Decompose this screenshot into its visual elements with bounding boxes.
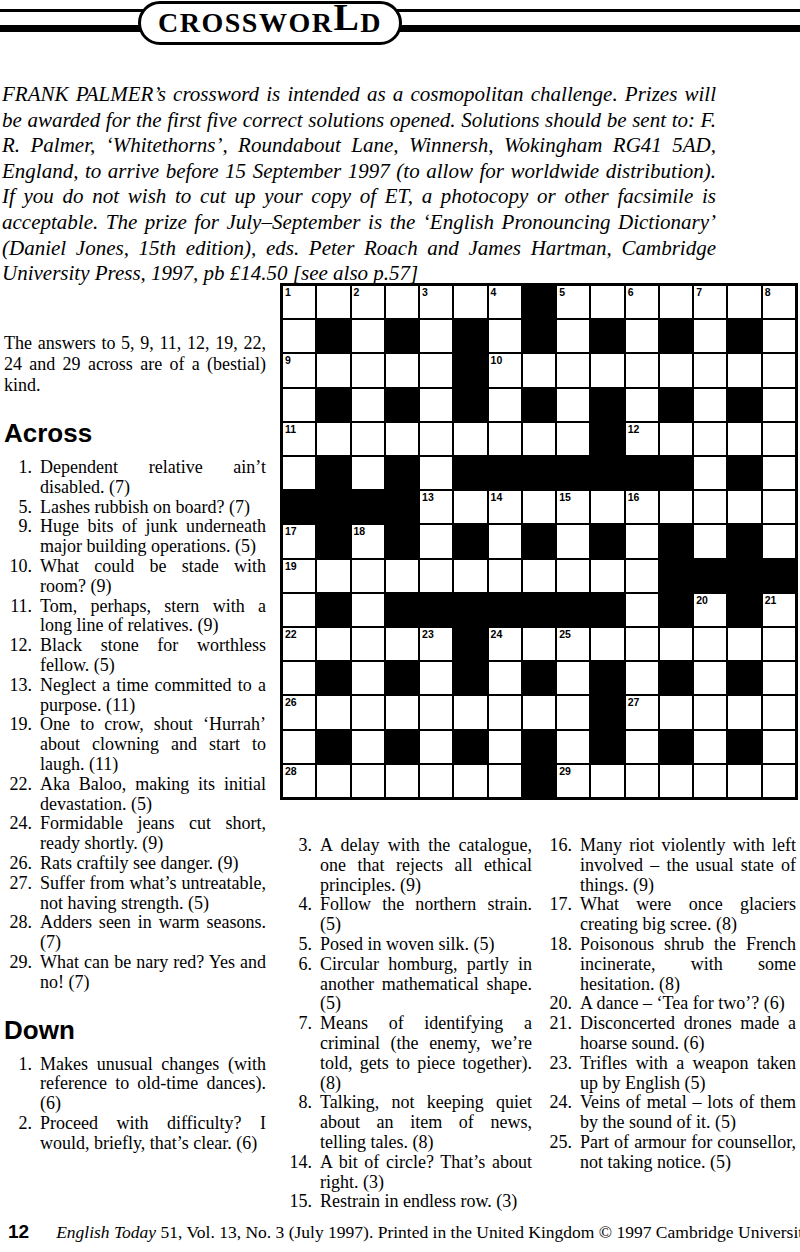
grid-cell[interactable] bbox=[489, 389, 521, 421]
block-cell bbox=[591, 525, 623, 557]
clue-number-label: 22. bbox=[4, 775, 32, 795]
clue-number-label: 24. bbox=[544, 1093, 572, 1113]
grid-cell[interactable] bbox=[694, 765, 726, 797]
grid-cell[interactable] bbox=[694, 731, 726, 763]
clue-number-label: 6. bbox=[284, 955, 312, 975]
grid-cell[interactable] bbox=[591, 765, 623, 797]
clue-number: 16 bbox=[628, 491, 640, 503]
down-clue-list-col3: 16.Many riot violently with left involve… bbox=[544, 836, 796, 1173]
block-cell bbox=[454, 731, 486, 763]
grid-cell[interactable] bbox=[352, 423, 384, 455]
clue-text: What were once glaciers creating big scr… bbox=[580, 895, 796, 935]
grid-cell[interactable] bbox=[489, 560, 521, 592]
grid-cell[interactable] bbox=[694, 491, 726, 523]
clue-number: 21 bbox=[765, 594, 777, 606]
clue-number: 10 bbox=[491, 354, 503, 366]
clue: 20.A dance – ‘Tea for two’? (6) bbox=[544, 994, 796, 1014]
block-cell bbox=[660, 320, 692, 352]
clue-text: Veins of metal – lots of them by the sou… bbox=[580, 1093, 796, 1133]
grid-cell[interactable]: 15 bbox=[557, 491, 589, 523]
grid-cell[interactable] bbox=[283, 457, 315, 489]
clue-number: 2 bbox=[354, 286, 360, 298]
block-cell bbox=[660, 560, 692, 592]
grid-cell[interactable] bbox=[557, 662, 589, 694]
crossword-grid: 1234567891011121314151617181920212223242… bbox=[280, 283, 798, 800]
grid-cell[interactable] bbox=[626, 731, 658, 763]
grid-cell[interactable] bbox=[660, 628, 692, 660]
clue-number-label: 24. bbox=[4, 814, 32, 834]
clue-number: 7 bbox=[696, 286, 702, 298]
block-cell bbox=[523, 662, 555, 694]
block-cell bbox=[352, 491, 384, 523]
grid-cell[interactable]: 11 bbox=[283, 423, 315, 455]
clue-text: Restrain in endless row. (3) bbox=[320, 1192, 532, 1212]
grid-cell[interactable] bbox=[489, 696, 521, 728]
grid-cell[interactable] bbox=[489, 423, 521, 455]
grid-cell[interactable] bbox=[694, 696, 726, 728]
grid-cell[interactable] bbox=[557, 525, 589, 557]
block-cell bbox=[283, 491, 315, 523]
clue-number: 17 bbox=[285, 525, 297, 537]
grid-cell[interactable]: 25 bbox=[557, 628, 589, 660]
clue-text: Poisonous shrub the French incinerate, w… bbox=[580, 935, 796, 994]
block-cell bbox=[317, 731, 349, 763]
grid-cell[interactable] bbox=[763, 457, 795, 489]
grid-cell[interactable] bbox=[454, 491, 486, 523]
block-cell bbox=[660, 731, 692, 763]
clue-text: Circular homburg, partly in another math… bbox=[320, 955, 532, 1014]
grid-cell[interactable] bbox=[420, 560, 452, 592]
clue: 24.Veins of metal – lots of them by the … bbox=[544, 1093, 796, 1133]
clue-number-label: 16. bbox=[544, 836, 572, 856]
clue: 27.Suffer from what’s untreatable, not h… bbox=[4, 874, 266, 914]
clue-number: 11 bbox=[285, 423, 296, 435]
grid-cell[interactable] bbox=[454, 286, 486, 318]
clue: 3.A delay with the catalogue, one that r… bbox=[284, 836, 532, 895]
grid-cell[interactable]: 24 bbox=[489, 628, 521, 660]
grid-cell[interactable] bbox=[763, 389, 795, 421]
page: CROSSWOR L D FRANK PALMER’s crossword is… bbox=[0, 0, 800, 1252]
grid-cell[interactable] bbox=[660, 423, 692, 455]
block-cell bbox=[660, 389, 692, 421]
block-cell bbox=[523, 320, 555, 352]
grid-cell[interactable] bbox=[283, 320, 315, 352]
clue: 24.Formidable jeans cut short, ready sho… bbox=[4, 814, 266, 854]
clue: 23.Trifles with a weapon taken up by Eng… bbox=[544, 1054, 796, 1094]
clue-number: 8 bbox=[765, 286, 771, 298]
grid-cell[interactable] bbox=[386, 696, 418, 728]
block-cell bbox=[317, 389, 349, 421]
grid-cell[interactable]: 26 bbox=[283, 696, 315, 728]
logo-text-raised-l: L bbox=[333, 0, 360, 36]
imprint-rest: 51, Vol. 13, No. 3 (July 1997). Printed … bbox=[156, 1222, 800, 1242]
grid-cell[interactable]: 1 bbox=[283, 286, 315, 318]
clue: 22.Aka Baloo, making its initial devasta… bbox=[4, 775, 266, 815]
grid-cell[interactable] bbox=[489, 525, 521, 557]
grid-cell[interactable] bbox=[420, 696, 452, 728]
grid-cell[interactable] bbox=[660, 354, 692, 386]
grid-cell[interactable] bbox=[694, 525, 726, 557]
clue-text: A bit of circle? That’s about right. (3) bbox=[320, 1153, 532, 1193]
grid-cell[interactable] bbox=[557, 696, 589, 728]
clue-number: 28 bbox=[285, 765, 297, 777]
block-cell bbox=[660, 525, 692, 557]
block-cell bbox=[523, 286, 555, 318]
block-cell bbox=[728, 731, 760, 763]
grid-cell[interactable] bbox=[763, 731, 795, 763]
block-cell bbox=[591, 696, 623, 728]
grid-cell[interactable] bbox=[317, 423, 349, 455]
grid-cell[interactable] bbox=[523, 354, 555, 386]
block-cell bbox=[660, 594, 692, 626]
grid-cell[interactable] bbox=[626, 628, 658, 660]
clue-text: Huge bits of junk underneath major build… bbox=[40, 517, 266, 557]
grid-cell[interactable] bbox=[352, 594, 384, 626]
grid-cell[interactable] bbox=[523, 628, 555, 660]
grid-cell[interactable] bbox=[420, 765, 452, 797]
block-cell bbox=[591, 389, 623, 421]
grid-cell[interactable] bbox=[626, 320, 658, 352]
block-cell bbox=[386, 594, 418, 626]
grid-cell[interactable] bbox=[352, 731, 384, 763]
grid-cell[interactable] bbox=[352, 662, 384, 694]
grid-cell[interactable] bbox=[694, 354, 726, 386]
crossworld-logo: CROSSWOR L D bbox=[138, 1, 402, 45]
clue-number: 25 bbox=[559, 628, 571, 640]
grid-cell[interactable] bbox=[454, 560, 486, 592]
grid-cell[interactable] bbox=[763, 423, 795, 455]
grid-cell[interactable] bbox=[352, 628, 384, 660]
clue-text: Trifles with a weapon taken up by Englis… bbox=[580, 1054, 796, 1094]
grid-cell[interactable]: 21 bbox=[763, 594, 795, 626]
grid-cell[interactable] bbox=[694, 628, 726, 660]
clue: 5.Posed in woven silk. (5) bbox=[284, 935, 532, 955]
grid-cell[interactable]: 20 bbox=[694, 594, 726, 626]
clue-number-label: 5. bbox=[4, 498, 32, 518]
grid-cell[interactable] bbox=[489, 731, 521, 763]
grid-cell[interactable] bbox=[728, 354, 760, 386]
grid-cell[interactable] bbox=[694, 423, 726, 455]
grid-cell[interactable]: 18 bbox=[352, 525, 384, 557]
grid-cell[interactable] bbox=[728, 628, 760, 660]
grid-cell[interactable]: 10 bbox=[489, 354, 521, 386]
imprint-line: English Today 51, Vol. 13, No. 3 (July 1… bbox=[56, 1222, 800, 1242]
grid-cell[interactable] bbox=[283, 594, 315, 626]
grid-cell[interactable] bbox=[489, 320, 521, 352]
logo-text-pre: CROSSWOR bbox=[158, 9, 333, 37]
grid-cell[interactable]: 19 bbox=[283, 560, 315, 592]
clue-number-label: 23. bbox=[544, 1054, 572, 1074]
grid-cell[interactable] bbox=[420, 320, 452, 352]
block-cell bbox=[660, 662, 692, 694]
block-cell bbox=[454, 525, 486, 557]
grid-cell[interactable]: 2 bbox=[352, 286, 384, 318]
clue-text: Lashes rubbish on board? (7) bbox=[40, 498, 266, 518]
grid-cell[interactable] bbox=[763, 628, 795, 660]
clue-number: 20 bbox=[696, 594, 708, 606]
grid-cell[interactable] bbox=[352, 765, 384, 797]
grid-cell[interactable] bbox=[317, 765, 349, 797]
grid-cell[interactable] bbox=[626, 525, 658, 557]
grid-note: The answers to 5, 9, 11, 12, 19, 22, 24 … bbox=[4, 333, 266, 396]
grid-cell[interactable] bbox=[386, 765, 418, 797]
grid-cell[interactable] bbox=[694, 389, 726, 421]
block-cell bbox=[317, 457, 349, 489]
clue-number-label: 12. bbox=[4, 636, 32, 656]
block-cell bbox=[591, 423, 623, 455]
clue: 16.Many riot violently with left involve… bbox=[544, 836, 796, 895]
grid-cell[interactable] bbox=[763, 320, 795, 352]
grid-cell[interactable] bbox=[317, 354, 349, 386]
grid-cell[interactable] bbox=[454, 765, 486, 797]
clue-number-label: 19. bbox=[4, 715, 32, 735]
block-cell bbox=[386, 389, 418, 421]
grid-cell[interactable] bbox=[317, 628, 349, 660]
grid-cell[interactable] bbox=[352, 354, 384, 386]
block-cell bbox=[454, 662, 486, 694]
block-cell bbox=[523, 389, 555, 421]
clue-text: One to crow, shout ‘Hurrah’ about clowni… bbox=[40, 715, 266, 774]
grid-cell[interactable] bbox=[317, 286, 349, 318]
clue-text: A delay with the catalogue, one that rej… bbox=[320, 836, 532, 895]
grid-cell[interactable] bbox=[386, 286, 418, 318]
clue-number: 27 bbox=[628, 696, 640, 708]
grid-cell[interactable]: 5 bbox=[557, 286, 589, 318]
clue-number: 1 bbox=[285, 286, 291, 298]
grid-cell[interactable] bbox=[386, 354, 418, 386]
block-cell bbox=[557, 594, 589, 626]
grid-cell[interactable]: 27 bbox=[626, 696, 658, 728]
block-cell bbox=[591, 662, 623, 694]
clue-number-label: 7. bbox=[284, 1014, 312, 1034]
grid-cell[interactable]: 23 bbox=[420, 628, 452, 660]
grid-cell[interactable]: 8 bbox=[763, 286, 795, 318]
across-clue-list: 1.Dependent relative ain’t disabled. (7)… bbox=[4, 458, 266, 993]
grid-cell[interactable] bbox=[454, 696, 486, 728]
grid-cell[interactable] bbox=[728, 286, 760, 318]
clue-number: 22 bbox=[285, 628, 297, 640]
block-cell bbox=[454, 594, 486, 626]
block-cell bbox=[317, 525, 349, 557]
grid-cell[interactable]: 17 bbox=[283, 525, 315, 557]
grid-cell[interactable] bbox=[283, 389, 315, 421]
block-cell bbox=[454, 628, 486, 660]
grid-cell[interactable] bbox=[763, 354, 795, 386]
grid-cell[interactable] bbox=[420, 525, 452, 557]
grid-cell[interactable] bbox=[626, 354, 658, 386]
clue-number: 15 bbox=[559, 491, 571, 503]
grid-cell[interactable] bbox=[660, 696, 692, 728]
grid-cell[interactable] bbox=[352, 320, 384, 352]
clue-number: 18 bbox=[354, 525, 366, 537]
clue-text: Proceed with difficulty? I would, briefl… bbox=[40, 1114, 266, 1154]
grid-cell[interactable] bbox=[591, 354, 623, 386]
down-heading: Down bbox=[4, 1015, 266, 1045]
grid-cell[interactable] bbox=[420, 423, 452, 455]
grid-cell[interactable] bbox=[660, 286, 692, 318]
grid-cell[interactable] bbox=[283, 731, 315, 763]
clue-number-label: 11. bbox=[4, 597, 32, 617]
grid-cell[interactable] bbox=[626, 765, 658, 797]
clue: 17.What were once glaciers creating big … bbox=[544, 895, 796, 935]
block-cell bbox=[591, 320, 623, 352]
grid-cell[interactable] bbox=[557, 423, 589, 455]
block-cell bbox=[386, 491, 418, 523]
grid-cell[interactable] bbox=[763, 696, 795, 728]
grid-cell[interactable] bbox=[523, 696, 555, 728]
grid-cell[interactable] bbox=[591, 560, 623, 592]
grid-cell[interactable] bbox=[763, 765, 795, 797]
clue: 29.What can be nary red? Yes and no! (7) bbox=[4, 953, 266, 993]
clue: 6.Circular homburg, partly in another ma… bbox=[284, 955, 532, 1014]
grid-cell[interactable] bbox=[626, 662, 658, 694]
block-cell bbox=[386, 525, 418, 557]
clue: 28.Adders seen in warm seasons. (7) bbox=[4, 913, 266, 953]
clue: 14.A bit of circle? That’s about right. … bbox=[284, 1153, 532, 1193]
grid-cell[interactable]: 6 bbox=[626, 286, 658, 318]
clue-text: Dependent relative ain’t disabled. (7) bbox=[40, 458, 266, 498]
clue-number: 14 bbox=[491, 491, 503, 503]
grid-cell[interactable] bbox=[386, 423, 418, 455]
grid-cell[interactable]: 3 bbox=[420, 286, 452, 318]
clue-number-label: 25. bbox=[544, 1133, 572, 1153]
grid-cell[interactable] bbox=[728, 491, 760, 523]
grid-cell[interactable] bbox=[420, 354, 452, 386]
grid-cell[interactable] bbox=[420, 662, 452, 694]
grid-cell[interactable] bbox=[557, 389, 589, 421]
grid-cell[interactable] bbox=[660, 765, 692, 797]
clue-text: Many riot violently with left involved –… bbox=[580, 836, 796, 895]
grid-cell[interactable] bbox=[352, 696, 384, 728]
grid-cell[interactable]: 29 bbox=[557, 765, 589, 797]
grid-cell[interactable] bbox=[523, 423, 555, 455]
grid-cell[interactable]: 7 bbox=[694, 286, 726, 318]
grid-cell[interactable] bbox=[694, 662, 726, 694]
grid-cell[interactable] bbox=[557, 354, 589, 386]
grid-cell[interactable] bbox=[420, 389, 452, 421]
clue-number-label: 10. bbox=[4, 557, 32, 577]
grid-cell[interactable] bbox=[763, 662, 795, 694]
clue: 2.Proceed with difficulty? I would, brie… bbox=[4, 1114, 266, 1154]
clue-number: 4 bbox=[491, 286, 497, 298]
clue-number-label: 17. bbox=[544, 895, 572, 915]
block-cell bbox=[591, 457, 623, 489]
grid-cell[interactable]: 22 bbox=[283, 628, 315, 660]
block-cell bbox=[454, 389, 486, 421]
grid-cell[interactable] bbox=[763, 525, 795, 557]
grid-cell[interactable] bbox=[763, 491, 795, 523]
grid-cell[interactable] bbox=[557, 731, 589, 763]
clue-text: Posed in woven silk. (5) bbox=[320, 935, 532, 955]
grid-cell[interactable] bbox=[728, 696, 760, 728]
journal-title: English Today bbox=[56, 1222, 156, 1242]
block-cell bbox=[557, 457, 589, 489]
clue-text: Follow the northern strain. (5) bbox=[320, 895, 532, 935]
clue-number-label: 29. bbox=[4, 953, 32, 973]
grid-cell[interactable] bbox=[420, 457, 452, 489]
block-cell bbox=[523, 594, 555, 626]
grid-cell[interactable] bbox=[626, 389, 658, 421]
grid-cell[interactable] bbox=[591, 286, 623, 318]
clue: 1.Makes unusual changes (with reference … bbox=[4, 1055, 266, 1114]
grid-cell[interactable] bbox=[454, 423, 486, 455]
clue: 10.What could be stade with room? (9) bbox=[4, 557, 266, 597]
clue-number: 3 bbox=[422, 286, 428, 298]
clue-number: 5 bbox=[559, 286, 565, 298]
grid-cell[interactable] bbox=[386, 628, 418, 660]
clue-number-label: 4. bbox=[284, 895, 312, 915]
grid-cell[interactable] bbox=[660, 491, 692, 523]
clue-text: Makes unusual changes (with reference to… bbox=[40, 1055, 266, 1114]
grid-cell[interactable]: 16 bbox=[626, 491, 658, 523]
grid-cell[interactable]: 13 bbox=[420, 491, 452, 523]
grid-cell[interactable] bbox=[420, 731, 452, 763]
block-cell bbox=[728, 662, 760, 694]
clue-number: 24 bbox=[491, 628, 503, 640]
grid-cell[interactable] bbox=[317, 560, 349, 592]
left-column: The answers to 5, 9, 11, 12, 19, 22, 24 … bbox=[4, 333, 266, 1154]
grid-cell[interactable] bbox=[317, 696, 349, 728]
grid-cell[interactable] bbox=[352, 389, 384, 421]
clue-number: 9 bbox=[285, 354, 291, 366]
clue-text: Means of identifying a criminal (the ene… bbox=[320, 1014, 532, 1093]
clue-text: Adders seen in warm seasons. (7) bbox=[40, 913, 266, 953]
block-cell bbox=[454, 320, 486, 352]
grid-cell[interactable] bbox=[591, 628, 623, 660]
clue-number-label: 14. bbox=[284, 1153, 312, 1173]
grid-cell[interactable] bbox=[489, 662, 521, 694]
grid-cell[interactable] bbox=[523, 491, 555, 523]
grid-cell[interactable] bbox=[694, 457, 726, 489]
grid-cell[interactable] bbox=[728, 423, 760, 455]
grid-cell[interactable] bbox=[386, 560, 418, 592]
clue: 7.Means of identifying a criminal (the e… bbox=[284, 1014, 532, 1093]
grid-cell[interactable] bbox=[728, 765, 760, 797]
clue-number: 12 bbox=[628, 423, 640, 435]
clue-text: Disconcerted drones made a hoarse sound.… bbox=[580, 1014, 796, 1054]
grid-cell[interactable]: 28 bbox=[283, 765, 315, 797]
clue-text: What could be stade with room? (9) bbox=[40, 557, 266, 597]
grid-cell[interactable] bbox=[283, 662, 315, 694]
block-cell bbox=[763, 560, 795, 592]
page-number: 12 bbox=[8, 1221, 29, 1242]
grid-cell[interactable] bbox=[626, 594, 658, 626]
grid-cell[interactable]: 12 bbox=[626, 423, 658, 455]
grid-cell[interactable] bbox=[352, 560, 384, 592]
grid-cell[interactable] bbox=[557, 320, 589, 352]
grid-cell[interactable] bbox=[352, 457, 384, 489]
grid-cell[interactable] bbox=[626, 560, 658, 592]
clue-number-label: 1. bbox=[4, 1055, 32, 1075]
grid-cell[interactable] bbox=[694, 320, 726, 352]
grid-cell[interactable] bbox=[489, 765, 521, 797]
grid-cell[interactable]: 4 bbox=[489, 286, 521, 318]
clue-number-label: 13. bbox=[4, 676, 32, 696]
clue-text: Talking, not keeping quiet about an item… bbox=[320, 1093, 532, 1152]
clue: 1.Dependent relative ain’t disabled. (7) bbox=[4, 458, 266, 498]
clue-text: Tom, perhaps, stern with a long line of … bbox=[40, 597, 266, 637]
grid-cell[interactable]: 14 bbox=[489, 491, 521, 523]
grid-cell[interactable] bbox=[523, 560, 555, 592]
clue-number-label: 5. bbox=[284, 935, 312, 955]
clue: 15.Restrain in endless row. (3) bbox=[284, 1192, 532, 1212]
grid-cell[interactable] bbox=[557, 560, 589, 592]
logo-text-post: D bbox=[360, 9, 382, 37]
clue-text: Rats craftily see danger. (9) bbox=[40, 854, 266, 874]
grid-cell[interactable] bbox=[591, 491, 623, 523]
grid-cell[interactable]: 9 bbox=[283, 354, 315, 386]
clue-number-label: 2. bbox=[4, 1114, 32, 1134]
